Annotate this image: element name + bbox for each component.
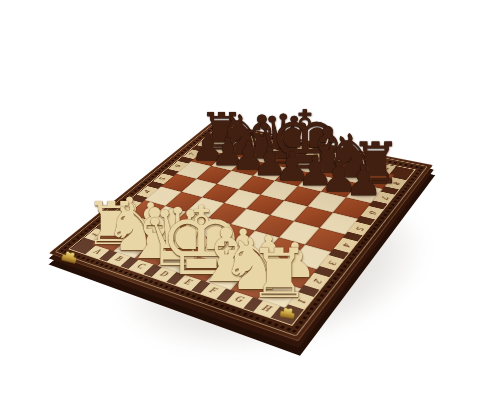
file-label-text: A — [91, 248, 102, 255]
file-label-text: B — [113, 255, 125, 262]
file-label-text: G — [233, 295, 246, 304]
rank-label-text: 2 — [311, 278, 323, 284]
file-label-text: C — [135, 263, 147, 271]
file-label-text: E — [310, 152, 319, 157]
file-label-text: D — [158, 270, 170, 278]
file-label-text: H — [260, 304, 273, 314]
file-label-text: D — [288, 147, 298, 152]
file-label-text: A — [227, 135, 236, 140]
rank-label-text: 3 — [326, 260, 338, 266]
brass-clasp-front — [277, 302, 299, 321]
file-label-text: E — [182, 278, 194, 286]
brass-clasp-left — [58, 246, 81, 266]
board-lean-wrapper: ABCDEFGH8877665544332211ABCDEFGH — [86, 48, 406, 368]
rank-label-text: 7 — [379, 195, 390, 200]
file-label-text: B — [247, 139, 256, 144]
file-label-text: F — [207, 287, 219, 296]
file-label-text: G — [356, 161, 366, 167]
file-label-text: F — [333, 156, 342, 161]
rank-label-text: 1 — [295, 297, 308, 304]
rank-label-text: 5 — [354, 226, 366, 231]
rank-label-text: 4 — [340, 242, 352, 247]
file-label-text: H — [380, 166, 390, 172]
rank-label-text: 6 — [366, 210, 377, 215]
board-grid: ABCDEFGH8877665544332211ABCDEFGH — [70, 130, 414, 325]
file-label-text: C — [267, 143, 276, 148]
chess-set-photo: ABCDEFGH8877665544332211ABCDEFGH ♜♞♝♛♚♝♞… — [0, 0, 500, 400]
rank-label-text: 8 — [390, 181, 401, 185]
